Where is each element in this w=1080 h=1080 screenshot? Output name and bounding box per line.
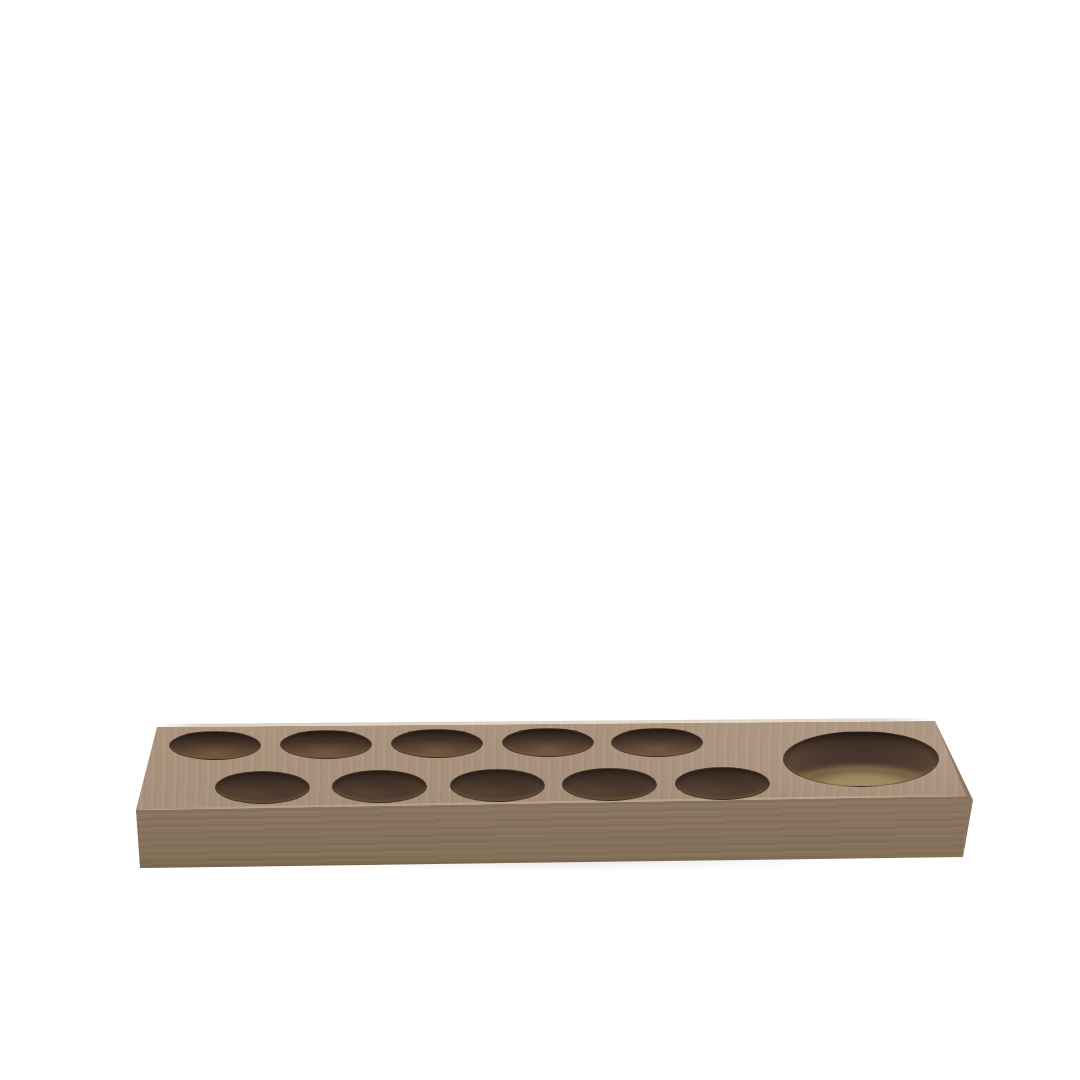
pit-bottom-2[interactable] <box>332 770 427 803</box>
pit-top-5[interactable] <box>611 728 703 757</box>
pit-bottom-4[interactable] <box>562 768 657 801</box>
pit-bottom-5[interactable] <box>675 767 770 800</box>
mancala-board <box>120 700 1000 890</box>
pit-bottom-1[interactable] <box>215 771 310 804</box>
pit-top-3[interactable] <box>391 729 483 758</box>
pit-top-4[interactable] <box>502 728 594 757</box>
store-pit <box>783 731 939 787</box>
photo-background <box>0 0 1080 1080</box>
pit-bottom-3[interactable] <box>450 769 545 802</box>
pit-top-1[interactable] <box>169 731 261 760</box>
pit-top-2[interactable] <box>280 730 372 759</box>
